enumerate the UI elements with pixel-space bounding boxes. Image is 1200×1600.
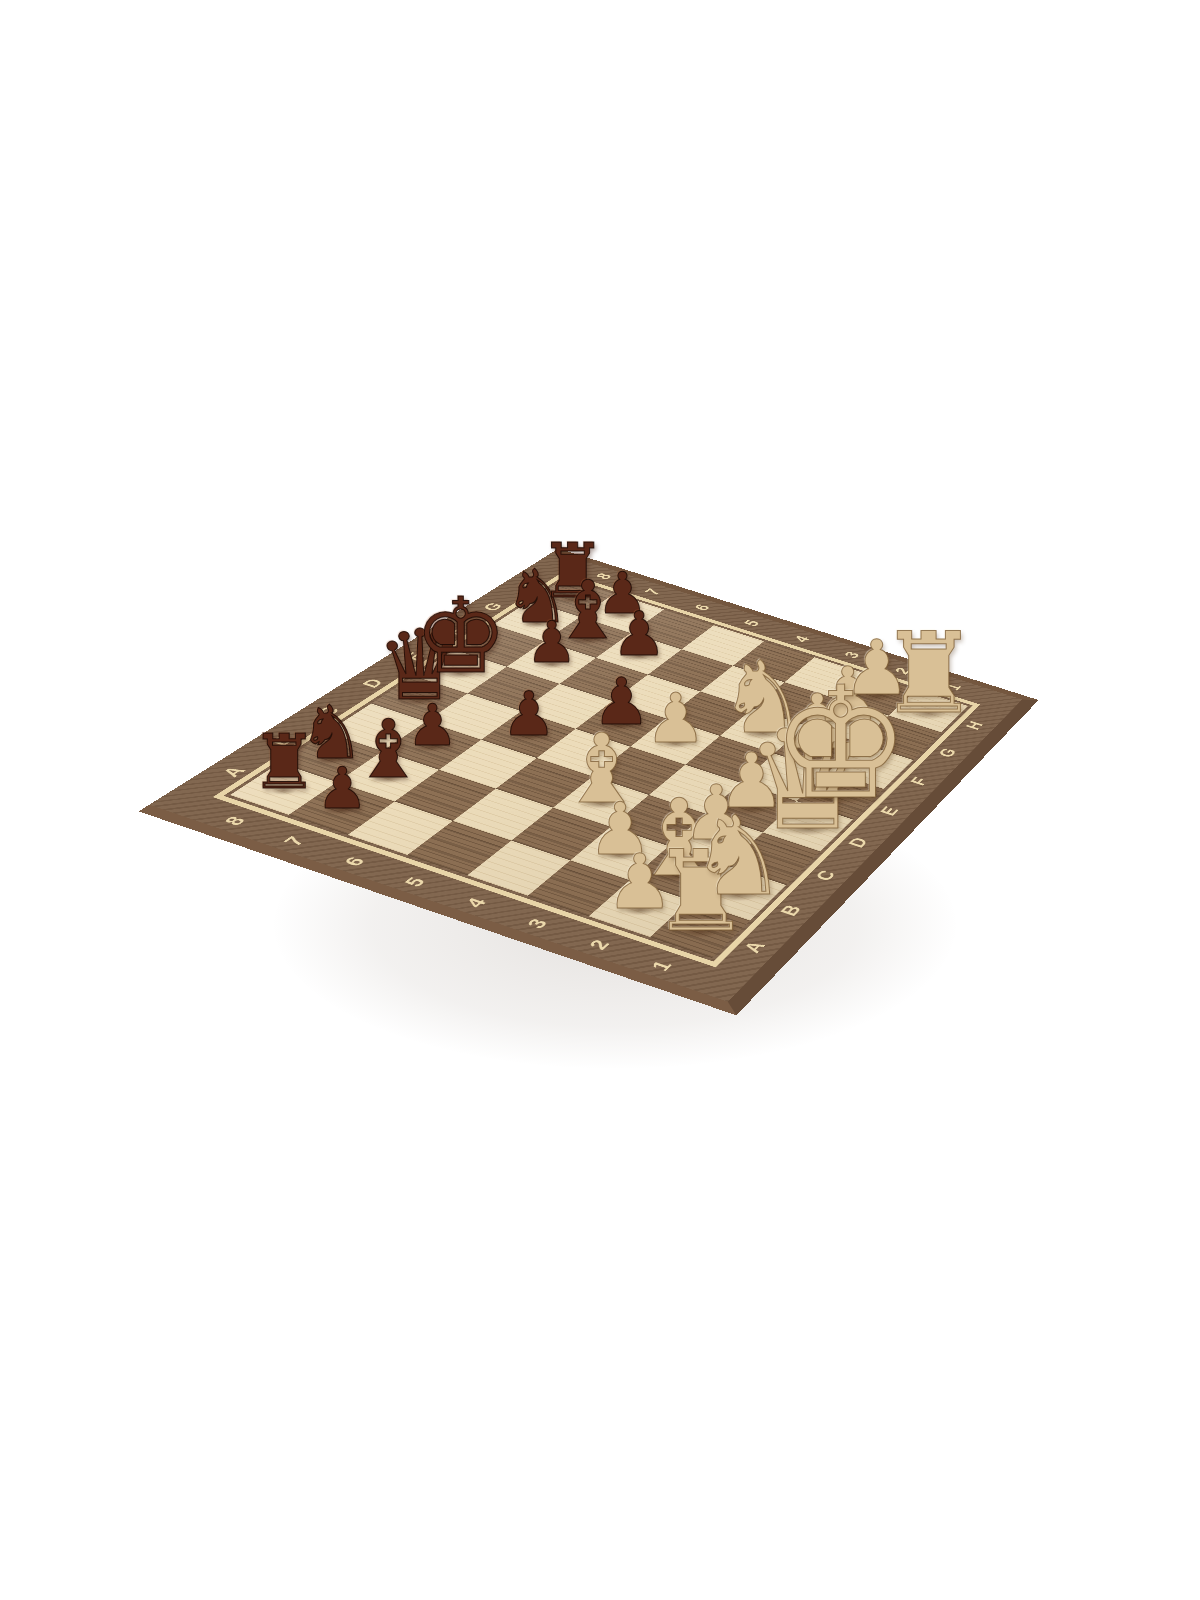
black-king-e8[interactable]: ♚: [414, 585, 508, 689]
product-photo-stage: AABBCCDDEEFFGGHH8877665544332211 ♜♞♛♚♜♟♝…: [0, 0, 1200, 1600]
black-pawn-g6[interactable]: ♟: [612, 603, 667, 664]
pieces-layer: ♜♞♛♚♜♟♝♟♟♟♟♟♟♞♝♟♜♞♛♚♞♜♟♝♟♟♝♟♟♟♟: [0, 0, 1200, 1600]
black-pawn-c7[interactable]: ♟: [407, 698, 458, 755]
white-rook-h1[interactable]: ♜: [879, 618, 979, 730]
black-pawn-d6[interactable]: ♟: [502, 684, 557, 745]
white-pawn-e4[interactable]: ♟: [645, 684, 706, 752]
